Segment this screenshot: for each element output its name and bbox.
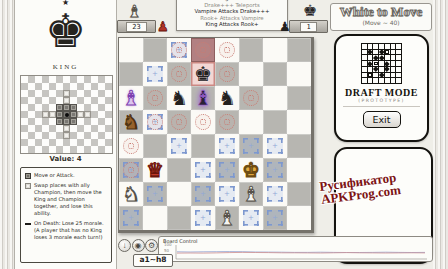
attack-marker (219, 42, 235, 58)
board-square[interactable] (287, 182, 311, 206)
diagram-cell (84, 111, 91, 118)
board-square[interactable] (119, 38, 143, 62)
diagram-cell (63, 76, 70, 83)
diagram-cell (28, 76, 35, 83)
diagram-cell (70, 139, 77, 146)
board-square[interactable]: ♞ (119, 110, 143, 134)
diagram-cell (35, 132, 42, 139)
diagram-cell (49, 146, 56, 153)
icon-cell (391, 55, 396, 60)
board-square[interactable] (143, 38, 167, 62)
diagram-cell (42, 111, 49, 118)
board-square[interactable] (263, 62, 287, 86)
board-square[interactable] (119, 134, 143, 158)
piece-black-king[interactable]: ♚ (191, 62, 215, 86)
exit-button[interactable]: Exit (363, 111, 401, 128)
move-marker (195, 210, 211, 226)
turn-status-box: White to Move (Move ~ 40) (330, 3, 432, 31)
diagram-cell (49, 90, 56, 97)
diagram-cell (77, 76, 84, 83)
board-square[interactable] (287, 86, 311, 110)
board-square[interactable]: ♛ (143, 158, 167, 182)
move-marker (147, 186, 163, 202)
right-page-edge (433, 0, 448, 269)
white-control-line (177, 252, 425, 253)
piece-white-bishop[interactable]: ♝ (239, 182, 263, 206)
board-square[interactable] (167, 206, 191, 230)
diagram-cell (91, 146, 98, 153)
piece-value-label: Value: 4 (15, 155, 116, 163)
icon-cell (362, 67, 367, 72)
board-square[interactable] (215, 182, 239, 206)
black-morale-counter: 1 (289, 20, 328, 33)
diagram-cell (77, 139, 84, 146)
diagram-cell (105, 104, 112, 111)
piece-brown-knight[interactable]: ♞ (119, 110, 143, 134)
diagram-cell (105, 125, 112, 132)
board-square[interactable] (215, 134, 239, 158)
diagram-cell (91, 139, 98, 146)
diagram-cell (84, 146, 91, 153)
diagram-cell (63, 90, 70, 97)
diagram-cell (35, 146, 42, 153)
diagram-cell (105, 118, 112, 125)
diagram-cell (84, 132, 91, 139)
move-marker (219, 186, 235, 202)
board-square[interactable] (143, 62, 167, 86)
white-morale-counter: 23 (117, 20, 156, 33)
icon-cell (368, 78, 373, 83)
diagram-cell (98, 90, 105, 97)
diagram-cell (28, 111, 35, 118)
diagram-cell (84, 139, 91, 146)
diagram-cell (56, 76, 63, 83)
board-square[interactable] (215, 158, 239, 182)
piece-black-drake[interactable]: ♞ (215, 86, 239, 110)
attack-marker (147, 114, 163, 130)
diagram-cell (105, 132, 112, 139)
attack-marker (147, 90, 163, 106)
diagram-cell (49, 118, 56, 125)
diagram-cell (63, 125, 70, 132)
diagram-cell (63, 139, 70, 146)
legend-text: Move or Attack. (34, 172, 75, 178)
icon-cell (379, 73, 384, 78)
icon-cell (362, 73, 367, 78)
attack-marker (219, 114, 235, 130)
icon-cell (368, 50, 373, 55)
diagram-cell (63, 97, 70, 104)
diagram-cell (84, 104, 91, 111)
piece-gold-king[interactable]: ♚ (239, 158, 263, 182)
diagram-cell (28, 125, 35, 132)
icon-cell (379, 55, 384, 60)
diagram-cell (28, 139, 35, 146)
icon-cell (362, 44, 367, 49)
settings-gear-button[interactable]: ⚙ (145, 239, 158, 252)
diagram-cell (84, 90, 91, 97)
diagram-cell (21, 146, 28, 153)
diagram-cell (21, 132, 28, 139)
diagram-cell (91, 83, 98, 90)
diagram-cell (49, 104, 56, 111)
move-marker (123, 210, 139, 226)
diagram-cell (105, 146, 112, 153)
diagram-cell (77, 125, 84, 132)
board-square[interactable] (191, 134, 215, 158)
diagram-cell (70, 132, 77, 139)
board-square[interactable] (119, 206, 143, 230)
diagram-cell (21, 118, 28, 125)
move-marker (243, 138, 259, 154)
board-square[interactable] (239, 110, 263, 134)
diagram-cell (105, 111, 112, 118)
light-square-icon (25, 183, 31, 189)
diagram-cell (98, 104, 105, 111)
icon-cell (373, 67, 378, 72)
dash-icon (25, 223, 31, 225)
board-square[interactable] (239, 86, 263, 110)
board-square[interactable] (287, 206, 311, 230)
legend-item: On Death: Lose 25 morale. (A player that… (24, 220, 108, 241)
icon-cell (368, 44, 373, 49)
diagram-cell (105, 76, 112, 83)
attack-marker (171, 66, 187, 82)
diagram-cell (56, 83, 63, 90)
board-square[interactable] (239, 134, 263, 158)
diagram-cell (21, 97, 28, 104)
selected-piece-image: ♚ (15, 2, 116, 60)
diagram-cell (56, 97, 63, 104)
square-range-selector[interactable]: a1~h8 (133, 254, 173, 267)
board-square[interactable] (263, 110, 287, 134)
diagram-cell (28, 90, 35, 97)
board-square[interactable] (191, 110, 215, 134)
icon-cell (379, 50, 384, 55)
diagram-cell (28, 118, 35, 125)
scroll-down-button[interactable]: ↓ (118, 239, 131, 252)
diagram-cell (91, 97, 98, 104)
board-square[interactable] (143, 86, 167, 110)
board-square[interactable] (287, 134, 311, 158)
icon-cell (396, 44, 401, 49)
move-marker (171, 138, 187, 154)
icon-cell (396, 50, 401, 55)
move-marker (219, 162, 235, 178)
icon-cell (373, 55, 378, 60)
log-entry: Vampire Attacks Drake+++ (177, 8, 287, 15)
diagram-cell (105, 97, 112, 104)
prototype-label: (prototype) (336, 98, 427, 103)
board-square[interactable] (215, 62, 239, 86)
diagram-cell (84, 125, 91, 132)
diagram-cell (49, 111, 56, 118)
diagram-cell (42, 76, 49, 83)
attack-marker (195, 114, 211, 130)
turn-status-title: White to Move (331, 4, 431, 19)
board-square[interactable] (191, 206, 215, 230)
diagram-cell (42, 146, 49, 153)
log-entry: Drake+++ Teleports (177, 2, 287, 9)
diagram-cell (84, 76, 91, 83)
icon-cell (373, 78, 378, 83)
board-square[interactable] (143, 134, 167, 158)
board-square[interactable] (167, 182, 191, 206)
diagram-cell (63, 111, 70, 118)
attack-marker (171, 42, 187, 58)
board-square[interactable] (143, 110, 167, 134)
diagram-cell (21, 83, 28, 90)
icon-cell (391, 50, 396, 55)
icon-cell (385, 78, 390, 83)
icon-cell (391, 73, 396, 78)
piece-move-diagram (20, 75, 113, 154)
diagram-cell (70, 118, 77, 125)
board-square[interactable]: ♝ (239, 182, 263, 206)
diagram-cell (63, 146, 70, 153)
diagram-cell (21, 139, 28, 146)
diagram-cell (91, 118, 98, 125)
board-square[interactable] (263, 38, 287, 62)
piece-purple-wraith[interactable]: ♝ (119, 86, 143, 110)
diagram-cell (98, 83, 105, 90)
piece-black-vampire[interactable]: ♝ (191, 86, 215, 110)
diagram-cell (63, 118, 70, 125)
attack-marker (123, 162, 139, 178)
icon-cell (373, 44, 378, 49)
icon-cell (396, 78, 401, 83)
icon-cell (391, 44, 396, 49)
board-square[interactable] (287, 62, 311, 86)
diagram-cell (49, 76, 56, 83)
log-entry: Rook+ Attacks Vampire (177, 15, 287, 22)
diagram-cell (70, 104, 77, 111)
diagram-cell (91, 125, 98, 132)
board-square[interactable] (215, 110, 239, 134)
white-morale-statue: ♝ (127, 4, 141, 20)
icon-cell (385, 73, 390, 78)
board-frame: ♚♝♞♝♞♞♛♚♞♝♝ (118, 37, 314, 233)
diagram-cell (21, 125, 28, 132)
legend-text: Swap places with ally Champion, then mov… (34, 182, 102, 215)
diagram-cell (35, 111, 42, 118)
icon-cell (373, 73, 378, 78)
diagram-cell (84, 97, 91, 104)
diagram-cell (98, 146, 105, 153)
board-square[interactable]: ♚ (191, 62, 215, 86)
diagram-cell (35, 76, 42, 83)
diagram-cell (91, 111, 98, 118)
board-square[interactable]: ♞ (167, 86, 191, 110)
diagram-cell (42, 97, 49, 104)
divider (343, 106, 419, 107)
board-square[interactable]: ♞ (215, 86, 239, 110)
diagram-cell (70, 97, 77, 104)
board-square[interactable]: ♚ (239, 158, 263, 182)
board-square[interactable] (239, 38, 263, 62)
board-square[interactable] (143, 206, 167, 230)
board-square[interactable] (143, 182, 167, 206)
diagram-cell (105, 83, 112, 90)
board-square[interactable] (215, 38, 239, 62)
board-square[interactable] (239, 206, 263, 230)
move-marker (195, 162, 211, 178)
board-square[interactable] (263, 158, 287, 182)
icon-cell (396, 67, 401, 72)
attack-marker (219, 66, 235, 82)
diagram-cell (21, 76, 28, 83)
board-square[interactable] (191, 38, 215, 62)
diagram-cell (21, 111, 28, 118)
diagram-cell (28, 83, 35, 90)
diagram-cell (42, 83, 49, 90)
board-square[interactable] (263, 206, 287, 230)
diagram-cell (49, 125, 56, 132)
diagram-cell (77, 83, 84, 90)
board-square[interactable] (287, 158, 311, 182)
icon-cell (396, 61, 401, 66)
diagram-cell (42, 132, 49, 139)
diagram-cell (70, 90, 77, 97)
icon-cell (391, 67, 396, 72)
icon-cell (396, 73, 401, 78)
diagram-cell (35, 104, 42, 111)
attack-marker (243, 90, 259, 106)
board-square[interactable]: ♝ (191, 86, 215, 110)
board-square[interactable] (263, 134, 287, 158)
board-square[interactable] (287, 110, 311, 134)
attack-marker (171, 114, 187, 130)
diagram-cell (35, 118, 42, 125)
red-pawn-icon: ♟ (157, 19, 169, 35)
diagram-cell (63, 83, 70, 90)
diagram-cell (77, 97, 84, 104)
diagram-cell (56, 125, 63, 132)
diagram-cell (42, 104, 49, 111)
log-entry: King Attacks Rook+ (177, 21, 287, 28)
icon-cell (368, 73, 373, 78)
diagram-cell (77, 111, 84, 118)
move-marker (219, 138, 235, 154)
diagram-cell (42, 90, 49, 97)
black-morale-statue: ♚ (303, 3, 317, 19)
board-square[interactable] (239, 62, 263, 86)
attack-marker (195, 42, 211, 58)
piece-white-bishop[interactable]: ♝ (215, 206, 239, 230)
diagram-cell (49, 132, 56, 139)
board-square[interactable] (167, 62, 191, 86)
icon-cell (396, 55, 401, 60)
diagram-cell (35, 125, 42, 132)
diagram-cell (98, 125, 105, 132)
diagram-cell (98, 139, 105, 146)
move-log: King MovesDrake+++ TeleportsVampire Atta… (176, 0, 288, 31)
diagram-cell (56, 132, 63, 139)
board-square[interactable] (167, 38, 191, 62)
move-marker (267, 162, 283, 178)
icon-cell (385, 44, 390, 49)
icon-cell (368, 61, 373, 66)
board-square[interactable] (167, 134, 191, 158)
board-square[interactable] (191, 182, 215, 206)
icon-cell (391, 61, 396, 66)
diagram-cell (98, 132, 105, 139)
diagram-cell (91, 132, 98, 139)
board-square[interactable] (263, 86, 287, 110)
icon-cell (385, 50, 390, 55)
move-marker (267, 138, 283, 154)
diagram-cell (56, 118, 63, 125)
diagram-cell (42, 118, 49, 125)
icon-cell (385, 67, 390, 72)
diagram-cell (28, 146, 35, 153)
diagram-cell (42, 125, 49, 132)
diagram-cell (21, 90, 28, 97)
icon-cell (368, 55, 373, 60)
diagram-cell (63, 132, 70, 139)
piece-info-panel: ★ ♚ King Value: 4 Move or Attack.Swap pl… (14, 0, 117, 269)
diagram-cell (56, 104, 63, 111)
diagram-cell (70, 76, 77, 83)
diagram-cell (98, 118, 105, 125)
diagram-cell (49, 83, 56, 90)
diagram-cell (49, 139, 56, 146)
board-square[interactable] (167, 158, 191, 182)
board-square[interactable] (287, 38, 311, 62)
diagram-cell (56, 139, 63, 146)
board-square[interactable] (119, 62, 143, 86)
board-square[interactable] (167, 110, 191, 134)
diagram-cell (105, 90, 112, 97)
diagram-cell (35, 139, 42, 146)
chess-board[interactable]: ♚♝♞♝♞♞♛♚♞♝♝ (119, 38, 311, 230)
diagram-cell (77, 90, 84, 97)
board-square[interactable] (191, 158, 215, 182)
ability-legend: Move or Attack.Swap places with ally Cha… (20, 167, 112, 263)
diagram-cell (56, 90, 63, 97)
board-control-panel: Board Control 100500 (158, 236, 433, 262)
black-morale-value: 1 (300, 22, 316, 32)
icon-cell (391, 78, 396, 83)
board-square[interactable]: ♝ (215, 206, 239, 230)
board-square[interactable]: ♝ (119, 86, 143, 110)
board-square[interactable]: ♞ (119, 182, 143, 206)
legend-item: Move or Attack. (24, 172, 108, 179)
move-number-label: (Move ~ 40) (331, 19, 431, 26)
board-square[interactable] (119, 158, 143, 182)
diagram-cell (105, 139, 112, 146)
icon-cell (373, 61, 378, 66)
piece-red-queen[interactable]: ♛ (143, 158, 167, 182)
draft-mode-box: Draft Mode (prototype) Exit (334, 34, 429, 142)
icon-cell (385, 61, 390, 66)
icon-cell (379, 78, 384, 83)
move-marker (147, 66, 163, 82)
diagram-cell (91, 76, 98, 83)
draft-mode-title: Draft Mode (336, 87, 427, 98)
diagram-cell (77, 104, 84, 111)
game-screen: ★ ♚ King Value: 4 Move or Attack.Swap pl… (0, 0, 448, 269)
diagram-cell (70, 125, 77, 132)
move-marker (195, 186, 211, 202)
icon-cell (368, 67, 373, 72)
diagram-cell (70, 83, 77, 90)
piece-white-knight[interactable]: ♞ (119, 182, 143, 206)
diagram-cell (35, 83, 42, 90)
piece-black-drake[interactable]: ♞ (167, 86, 191, 110)
board-square[interactable] (263, 182, 287, 206)
view-button[interactable]: ◉ (132, 239, 145, 252)
